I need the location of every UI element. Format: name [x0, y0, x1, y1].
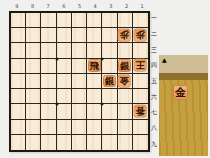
rank-label: 八 — [149, 121, 159, 137]
board-cell[interactable] — [133, 135, 148, 150]
board-cell[interactable] — [72, 43, 87, 58]
shogi-piece-4四[interactable]: 飛 — [88, 59, 101, 72]
file-label: 7 — [40, 2, 56, 11]
board-cell[interactable] — [102, 13, 117, 28]
shogi-piece-3五[interactable]: 銀 — [103, 75, 116, 88]
board-cell[interactable]: 王 — [133, 59, 148, 74]
board-cell[interactable] — [57, 104, 72, 119]
board-cell[interactable] — [11, 74, 26, 89]
file-label: 4 — [87, 2, 103, 11]
board-cell[interactable] — [118, 89, 133, 104]
board-cell[interactable] — [87, 120, 102, 135]
board-cell[interactable] — [102, 59, 117, 74]
hoshi-dot — [101, 103, 104, 106]
board-cell[interactable] — [26, 104, 41, 119]
board-cell[interactable] — [72, 89, 87, 104]
shogi-piece-1四[interactable]: 王 — [134, 59, 147, 72]
shogi-piece-2五[interactable]: 金 — [118, 75, 131, 88]
board-cell[interactable] — [41, 89, 56, 104]
file-label: 3 — [103, 2, 119, 11]
board-cell[interactable]: 銀 — [102, 74, 117, 89]
board-cell[interactable]: 飛 — [87, 59, 102, 74]
board-cell[interactable] — [57, 135, 72, 150]
board-cell[interactable] — [26, 120, 41, 135]
board-cell[interactable]: 歩 — [133, 28, 148, 43]
rank-label: 六 — [149, 89, 159, 105]
board-cell[interactable] — [57, 89, 72, 104]
board-cell[interactable] — [133, 13, 148, 28]
board-cell[interactable] — [118, 120, 133, 135]
board-cell[interactable] — [26, 59, 41, 74]
board-cell[interactable] — [26, 13, 41, 28]
hoshi-dot — [55, 57, 58, 60]
shogi-piece-2二[interactable]: 歩 — [118, 29, 131, 42]
komadai-edge-strip — [159, 73, 208, 80]
file-label: 8 — [25, 2, 41, 11]
board-cell[interactable] — [11, 59, 26, 74]
rank-labels: 一二三四五六七八九 — [149, 11, 159, 152]
board-cell[interactable] — [41, 120, 56, 135]
rank-label: 二 — [149, 27, 159, 43]
board-cell[interactable] — [87, 74, 102, 89]
board-cell[interactable] — [72, 74, 87, 89]
board-cell[interactable] — [72, 120, 87, 135]
board-cell[interactable] — [102, 89, 117, 104]
board-cell[interactable] — [72, 104, 87, 119]
board-cell[interactable] — [11, 135, 26, 150]
rank-label: 九 — [149, 136, 159, 152]
board-cell[interactable] — [87, 28, 102, 43]
board-cell[interactable] — [72, 13, 87, 28]
sente-marker-icon: ▲ — [162, 56, 167, 64]
shogi-piece-1七[interactable]: 香 — [134, 105, 147, 118]
board-cell[interactable]: 香 — [133, 104, 148, 119]
rank-label: 三 — [149, 42, 159, 58]
board-cell[interactable]: 銀 — [118, 59, 133, 74]
rank-label: 七 — [149, 105, 159, 121]
board-cell[interactable] — [133, 43, 148, 58]
board-cell[interactable] — [11, 43, 26, 58]
board-cell[interactable] — [118, 43, 133, 58]
komadai-top-band: ▲ — [159, 55, 208, 73]
board-cell[interactable] — [57, 74, 72, 89]
board-cell[interactable] — [11, 28, 26, 43]
file-label: 1 — [134, 2, 150, 11]
board-cell[interactable] — [102, 120, 117, 135]
board-cell[interactable] — [118, 135, 133, 150]
komadai-body: 金 — [159, 80, 208, 156]
board-cell[interactable] — [57, 120, 72, 135]
board-cell[interactable] — [26, 135, 41, 150]
shogi-board[interactable]: 歩歩飛銀王銀金香 — [9, 11, 150, 152]
board-cell[interactable] — [72, 135, 87, 150]
board-cell[interactable] — [87, 135, 102, 150]
file-label: 2 — [119, 2, 135, 11]
hoshi-dot — [101, 57, 104, 60]
board-cell[interactable] — [57, 28, 72, 43]
board-cell[interactable]: 金 — [118, 74, 133, 89]
rank-label: 一 — [149, 11, 159, 27]
rank-label: 四 — [149, 58, 159, 74]
file-labels: 987654321 — [9, 2, 150, 11]
board-cell[interactable] — [41, 135, 56, 150]
board-cell[interactable] — [11, 89, 26, 104]
board-cell[interactable] — [57, 59, 72, 74]
board-cell[interactable] — [87, 13, 102, 28]
board-cell[interactable] — [26, 43, 41, 58]
board-cell[interactable] — [133, 89, 148, 104]
file-label: 5 — [72, 2, 88, 11]
board-cell[interactable] — [41, 59, 56, 74]
board-cell[interactable] — [87, 43, 102, 58]
board-cell[interactable] — [87, 89, 102, 104]
shogi-piece-2四[interactable]: 銀 — [118, 59, 131, 72]
board-cell[interactable] — [102, 43, 117, 58]
board-cell[interactable] — [102, 135, 117, 150]
board-cell[interactable] — [11, 104, 26, 119]
board-cell[interactable] — [41, 43, 56, 58]
board-cell[interactable] — [26, 28, 41, 43]
board-cell[interactable] — [118, 104, 133, 119]
board-cell[interactable] — [133, 120, 148, 135]
board-cell[interactable] — [118, 13, 133, 28]
board-cell[interactable] — [11, 120, 26, 135]
board-cell[interactable] — [87, 104, 102, 119]
komadai-sente: ▲ 金 — [159, 55, 208, 156]
board-cell[interactable] — [11, 13, 26, 28]
board-cell[interactable] — [26, 89, 41, 104]
rank-label: 五 — [149, 74, 159, 90]
board-cell[interactable]: 歩 — [118, 28, 133, 43]
board-cell[interactable] — [41, 13, 56, 28]
board-cell[interactable] — [57, 43, 72, 58]
tsume-shogi-widget: 987654321 一二三四五六七八九 歩歩飛銀王銀金香 ▲ 金 — [0, 0, 210, 158]
hand-piece-gold[interactable]: 金 — [173, 85, 188, 100]
file-label: 9 — [9, 2, 25, 11]
board-cell[interactable] — [41, 104, 56, 119]
board-cell[interactable] — [26, 74, 41, 89]
board-cell[interactable] — [102, 28, 117, 43]
board-cell[interactable] — [72, 59, 87, 74]
hoshi-dot — [55, 103, 58, 106]
board-cell[interactable] — [41, 28, 56, 43]
board-cell[interactable] — [102, 104, 117, 119]
file-label: 6 — [56, 2, 72, 11]
shogi-piece-1二[interactable]: 歩 — [134, 29, 147, 42]
board-cell[interactable] — [41, 74, 56, 89]
board-cell[interactable] — [133, 74, 148, 89]
board-cell[interactable] — [72, 28, 87, 43]
board-cell[interactable] — [57, 13, 72, 28]
